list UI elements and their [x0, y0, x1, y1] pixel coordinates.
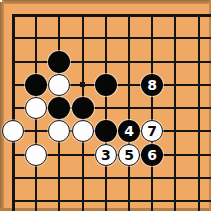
grid-line-vertical [12, 14, 15, 212]
grid-line-vertical [151, 14, 153, 212]
go-board: 847356 [0, 0, 211, 211]
stone-black [95, 120, 117, 142]
grid-line-horizontal [12, 37, 212, 39]
stone-black [25, 74, 47, 96]
stone-black-move-4: 4 [118, 120, 140, 142]
grid-line-horizontal [12, 14, 212, 17]
stone-white [72, 120, 94, 142]
stone-black [95, 74, 117, 96]
stone-black [72, 97, 94, 119]
stone-white-move-5: 5 [118, 144, 140, 166]
stone-white [25, 97, 47, 119]
board-bevel-top [0, 0, 211, 4]
board-bevel-left [0, 0, 4, 211]
stone-black [48, 97, 70, 119]
board-bevel-right [209, 0, 211, 211]
corner-highlight [0, 0, 2, 2]
stone-black-move-6: 6 [141, 144, 163, 166]
grid-line-horizontal [12, 200, 212, 202]
grid-line-vertical [128, 14, 130, 212]
star-point [80, 82, 85, 87]
stone-black [48, 51, 70, 73]
grid-line-horizontal [12, 61, 212, 63]
grid-line-vertical [174, 14, 176, 212]
stone-white [25, 144, 47, 166]
stone-white [2, 120, 24, 142]
stone-white [48, 120, 70, 142]
stone-white-move-7: 7 [141, 120, 163, 142]
stone-black-move-8: 8 [141, 74, 163, 96]
stone-white-move-3: 3 [95, 144, 117, 166]
grid-line-vertical [105, 14, 107, 212]
stone-white [48, 74, 70, 96]
grid-line-vertical [198, 14, 200, 212]
grid-line-horizontal [12, 177, 212, 179]
